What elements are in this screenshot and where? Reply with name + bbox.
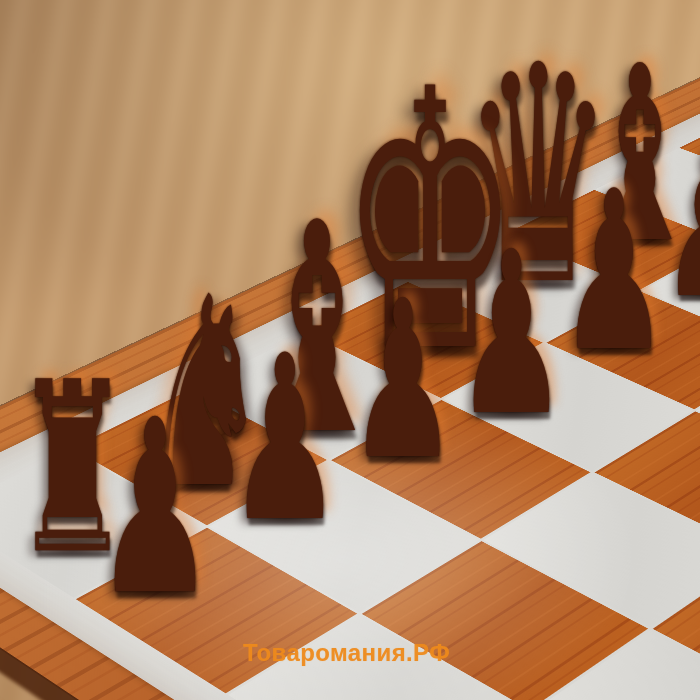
piece-black-pawn-e7: ♟ [448, 222, 574, 447]
piece-black-pawn-h7: ♟ [88, 388, 222, 628]
piece-black-pawn-f7: ♟ [342, 272, 464, 490]
pieces-layer: ♝♛♟♚♟♟♝♟♞♟♜♟ [0, 0, 700, 700]
scene: ♝♛♟♚♟♟♝♟♞♟♜♟ Товаромания.РФ [0, 0, 700, 700]
piece-black-pawn-g7: ♟ [221, 325, 349, 553]
watermark-text: Товаромания.РФ [243, 639, 450, 667]
